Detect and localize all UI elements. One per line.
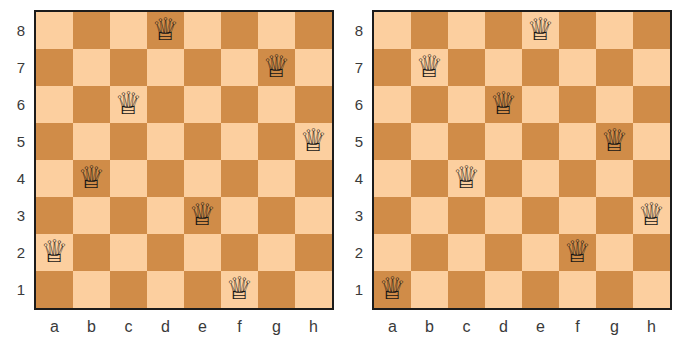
white-queen-g7: ♕ — [263, 51, 291, 82]
rank-label-2: 2 — [0, 234, 34, 271]
square-e7 — [522, 49, 559, 86]
square-g2 — [258, 234, 295, 271]
file-label-b: b — [411, 310, 448, 343]
square-e1 — [522, 271, 559, 308]
square-h6 — [633, 86, 670, 123]
square-h1 — [633, 271, 670, 308]
square-g5: ♕ — [596, 123, 633, 160]
file-labels-left: abcdefgh — [34, 310, 334, 343]
square-g8 — [258, 12, 295, 49]
square-f3 — [559, 197, 596, 234]
square-b1 — [73, 271, 110, 308]
square-c5 — [448, 123, 485, 160]
square-a4 — [36, 160, 73, 197]
square-e5 — [522, 123, 559, 160]
square-d8 — [485, 12, 522, 49]
file-label-f: f — [221, 310, 258, 343]
rank-label-1: 1 — [0, 271, 34, 308]
square-d3 — [485, 197, 522, 234]
square-e1 — [184, 271, 221, 308]
chessboard-right: ♕♕♕♕♕♕♕♕ — [372, 10, 672, 310]
white-queen-d6: ♕ — [490, 88, 518, 119]
square-g2 — [596, 234, 633, 271]
square-h6 — [295, 86, 332, 123]
square-f7 — [559, 49, 596, 86]
square-c4: ♕ — [448, 160, 485, 197]
square-h7 — [295, 49, 332, 86]
square-a7 — [36, 49, 73, 86]
file-label-a: a — [374, 310, 411, 343]
square-h2 — [295, 234, 332, 271]
square-e8 — [184, 12, 221, 49]
file-label-b: b — [73, 310, 110, 343]
rank-label-5: 5 — [0, 123, 34, 160]
square-f6 — [221, 86, 258, 123]
square-c6 — [448, 86, 485, 123]
file-label-h: h — [295, 310, 332, 343]
square-d4 — [485, 160, 522, 197]
square-b1 — [411, 271, 448, 308]
square-c1 — [110, 271, 147, 308]
square-a6 — [374, 86, 411, 123]
square-b6 — [73, 86, 110, 123]
rank-label-4: 4 — [338, 160, 372, 197]
square-d3 — [147, 197, 184, 234]
square-b5 — [73, 123, 110, 160]
square-g4 — [258, 160, 295, 197]
square-b4 — [411, 160, 448, 197]
square-d8: ♕ — [147, 12, 184, 49]
rank-label-3: 3 — [0, 197, 34, 234]
rank-label-1: 1 — [338, 271, 372, 308]
square-h5: ♕ — [295, 123, 332, 160]
rank-label-6: 6 — [0, 86, 34, 123]
square-d1 — [147, 271, 184, 308]
file-label-g: g — [596, 310, 633, 343]
square-a8 — [36, 12, 73, 49]
square-f2: ♕ — [559, 234, 596, 271]
square-c3 — [110, 197, 147, 234]
square-b5 — [411, 123, 448, 160]
square-g6 — [258, 86, 295, 123]
white-queen-d8: ♕ — [152, 14, 180, 45]
board-group-right: 87654321 ♕♕♕♕♕♕♕♕ abcdefgh — [338, 10, 672, 343]
square-h4 — [633, 160, 670, 197]
square-d6: ♕ — [485, 86, 522, 123]
square-c8 — [448, 12, 485, 49]
square-h8 — [295, 12, 332, 49]
rank-labels-right: 87654321 — [338, 10, 372, 310]
square-f4 — [559, 160, 596, 197]
square-d6 — [147, 86, 184, 123]
white-queen-c6: ♕ — [115, 88, 143, 119]
square-f6 — [559, 86, 596, 123]
square-a7 — [374, 49, 411, 86]
square-g5 — [258, 123, 295, 160]
rank-label-8: 8 — [0, 12, 34, 49]
square-d7 — [147, 49, 184, 86]
square-c7 — [110, 49, 147, 86]
square-b8 — [411, 12, 448, 49]
square-c2 — [448, 234, 485, 271]
square-b3 — [73, 197, 110, 234]
square-b4: ♕ — [73, 160, 110, 197]
square-a2: ♕ — [36, 234, 73, 271]
square-f8 — [221, 12, 258, 49]
square-g3 — [596, 197, 633, 234]
rank-label-7: 7 — [0, 49, 34, 86]
square-a2 — [374, 234, 411, 271]
board-group-left: 87654321 ♕♕♕♕♕♕♕♕ abcdefgh — [0, 10, 334, 343]
rank-label-8: 8 — [338, 12, 372, 49]
square-a5 — [36, 123, 73, 160]
rank-label-3: 3 — [338, 197, 372, 234]
file-labels-right: abcdefgh — [372, 310, 672, 343]
chessboard-left: ♕♕♕♕♕♕♕♕ — [34, 10, 334, 310]
square-h8 — [633, 12, 670, 49]
white-queen-c4: ♕ — [453, 162, 481, 193]
white-queen-h3: ♕ — [638, 199, 666, 230]
square-f3 — [221, 197, 258, 234]
white-queen-f1: ♕ — [226, 273, 254, 304]
square-b3 — [411, 197, 448, 234]
square-a1 — [36, 271, 73, 308]
square-f1 — [559, 271, 596, 308]
square-c4 — [110, 160, 147, 197]
square-g1 — [596, 271, 633, 308]
square-h4 — [295, 160, 332, 197]
square-c6: ♕ — [110, 86, 147, 123]
square-a4 — [374, 160, 411, 197]
file-label-a: a — [36, 310, 73, 343]
square-f5 — [221, 123, 258, 160]
square-d2 — [485, 234, 522, 271]
square-a3 — [374, 197, 411, 234]
file-label-g: g — [258, 310, 295, 343]
square-c7 — [448, 49, 485, 86]
square-d1 — [485, 271, 522, 308]
square-d5 — [485, 123, 522, 160]
square-e6 — [522, 86, 559, 123]
rank-label-6: 6 — [338, 86, 372, 123]
square-d4 — [147, 160, 184, 197]
square-g8 — [596, 12, 633, 49]
white-queen-g5: ♕ — [601, 125, 629, 156]
file-label-f: f — [559, 310, 596, 343]
square-d5 — [147, 123, 184, 160]
square-g6 — [596, 86, 633, 123]
square-a5 — [374, 123, 411, 160]
square-f1: ♕ — [221, 271, 258, 308]
square-c5 — [110, 123, 147, 160]
square-g4 — [596, 160, 633, 197]
square-g7 — [596, 49, 633, 86]
square-b2 — [73, 234, 110, 271]
square-c8 — [110, 12, 147, 49]
rank-label-7: 7 — [338, 49, 372, 86]
white-queen-b4: ♕ — [78, 162, 106, 193]
square-h1 — [295, 271, 332, 308]
square-b7: ♕ — [411, 49, 448, 86]
square-d7 — [485, 49, 522, 86]
square-f2 — [221, 234, 258, 271]
white-queen-f2: ♕ — [564, 236, 592, 267]
corner-spacer-left — [0, 310, 34, 343]
square-g7: ♕ — [258, 49, 295, 86]
file-label-h: h — [633, 310, 670, 343]
square-h3 — [295, 197, 332, 234]
white-queen-e3: ♕ — [189, 199, 217, 230]
square-c1 — [448, 271, 485, 308]
square-e2 — [184, 234, 221, 271]
square-b2 — [411, 234, 448, 271]
rank-label-4: 4 — [0, 160, 34, 197]
rank-label-2: 2 — [338, 234, 372, 271]
square-b6 — [411, 86, 448, 123]
file-label-c: c — [448, 310, 485, 343]
square-e3: ♕ — [184, 197, 221, 234]
square-e6 — [184, 86, 221, 123]
square-e8: ♕ — [522, 12, 559, 49]
white-queen-h5: ♕ — [300, 125, 328, 156]
white-queen-a1: ♕ — [379, 273, 407, 304]
square-c3 — [448, 197, 485, 234]
rank-labels-left: 87654321 — [0, 10, 34, 310]
square-h2 — [633, 234, 670, 271]
square-f8 — [559, 12, 596, 49]
corner-spacer-right — [338, 310, 372, 343]
white-queen-e8: ♕ — [527, 14, 555, 45]
file-label-d: d — [485, 310, 522, 343]
square-c2 — [110, 234, 147, 271]
square-h3: ♕ — [633, 197, 670, 234]
square-b7 — [73, 49, 110, 86]
square-e3 — [522, 197, 559, 234]
white-queen-a2: ♕ — [41, 236, 69, 267]
square-f4 — [221, 160, 258, 197]
square-f7 — [221, 49, 258, 86]
square-e7 — [184, 49, 221, 86]
file-label-e: e — [184, 310, 221, 343]
square-e4 — [184, 160, 221, 197]
file-label-d: d — [147, 310, 184, 343]
square-a8 — [374, 12, 411, 49]
file-label-c: c — [110, 310, 147, 343]
rank-label-5: 5 — [338, 123, 372, 160]
square-f5 — [559, 123, 596, 160]
square-g3 — [258, 197, 295, 234]
square-a1: ♕ — [374, 271, 411, 308]
square-e4 — [522, 160, 559, 197]
square-a3 — [36, 197, 73, 234]
square-d2 — [147, 234, 184, 271]
square-h5 — [633, 123, 670, 160]
page: 87654321 ♕♕♕♕♕♕♕♕ abcdefgh 87654321 ♕♕♕♕… — [0, 0, 686, 343]
square-a6 — [36, 86, 73, 123]
square-e2 — [522, 234, 559, 271]
square-h7 — [633, 49, 670, 86]
square-e5 — [184, 123, 221, 160]
square-b8 — [73, 12, 110, 49]
square-g1 — [258, 271, 295, 308]
white-queen-b7: ♕ — [416, 51, 444, 82]
file-label-e: e — [522, 310, 559, 343]
